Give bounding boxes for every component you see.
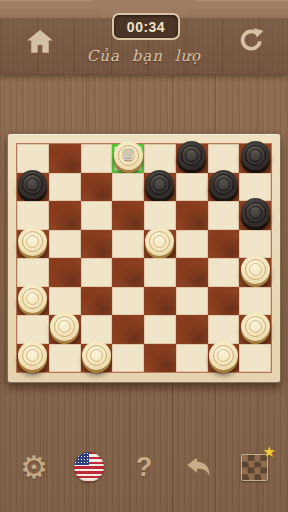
board-square[interactable] bbox=[144, 201, 176, 230]
black-man-piece[interactable] bbox=[177, 141, 206, 170]
board-square[interactable] bbox=[176, 173, 208, 202]
board-square[interactable] bbox=[112, 173, 144, 202]
checkers-board: ♕ bbox=[7, 133, 281, 383]
board-square[interactable] bbox=[144, 287, 176, 316]
timer: 00:34 bbox=[112, 13, 180, 40]
board-square[interactable] bbox=[112, 315, 144, 344]
board-square[interactable] bbox=[81, 230, 113, 259]
bottom-toolbar: ⚙ ? ★ bbox=[0, 446, 288, 488]
board-square[interactable]: ♕ bbox=[112, 144, 144, 173]
board-square[interactable] bbox=[81, 201, 113, 230]
board-square[interactable] bbox=[144, 258, 176, 287]
board-square[interactable] bbox=[239, 315, 271, 344]
us-flag-icon bbox=[74, 452, 104, 482]
gear-icon: ⚙ bbox=[20, 452, 48, 483]
language-button[interactable] bbox=[72, 447, 106, 487]
white-man-piece[interactable] bbox=[18, 284, 47, 313]
board-square[interactable] bbox=[81, 258, 113, 287]
board-square[interactable] bbox=[239, 258, 271, 287]
white-man-piece[interactable] bbox=[18, 227, 47, 256]
black-man-piece[interactable] bbox=[241, 141, 270, 170]
question-mark-icon: ? bbox=[136, 452, 153, 483]
board-square[interactable] bbox=[17, 315, 49, 344]
app-screen: Của bạn lưọ 00:34 ♕ ⚙ ? ★ bbox=[0, 0, 288, 512]
board-square[interactable] bbox=[239, 344, 271, 373]
board-square[interactable] bbox=[81, 287, 113, 316]
board-square[interactable] bbox=[17, 230, 49, 259]
board-square[interactable] bbox=[176, 287, 208, 316]
white-man-piece[interactable] bbox=[145, 227, 174, 256]
board-square[interactable] bbox=[81, 173, 113, 202]
board-grid: ♕ bbox=[16, 143, 272, 373]
board-square[interactable] bbox=[239, 144, 271, 173]
white-man-piece[interactable] bbox=[82, 341, 111, 370]
black-man-piece[interactable] bbox=[209, 170, 238, 199]
board-square[interactable] bbox=[239, 287, 271, 316]
board-square[interactable] bbox=[176, 201, 208, 230]
undo-icon bbox=[186, 457, 212, 477]
board-square[interactable] bbox=[81, 144, 113, 173]
star-badge-icon: ★ bbox=[263, 445, 276, 460]
board-square[interactable] bbox=[17, 173, 49, 202]
board-square[interactable] bbox=[176, 344, 208, 373]
board-square[interactable] bbox=[49, 230, 81, 259]
board-square[interactable] bbox=[81, 315, 113, 344]
white-king-piece[interactable]: ♕ bbox=[114, 141, 143, 170]
board-square[interactable] bbox=[208, 144, 240, 173]
undo-button[interactable] bbox=[182, 447, 216, 487]
board-square[interactable] bbox=[208, 315, 240, 344]
board-square[interactable] bbox=[17, 201, 49, 230]
board-square[interactable] bbox=[112, 230, 144, 259]
board-square[interactable] bbox=[208, 344, 240, 373]
white-man-piece[interactable] bbox=[209, 341, 238, 370]
board-square[interactable] bbox=[144, 173, 176, 202]
board-square[interactable] bbox=[144, 144, 176, 173]
board-square[interactable] bbox=[17, 287, 49, 316]
board-theme-button[interactable]: ★ bbox=[237, 447, 271, 487]
crown-icon: ♕ bbox=[114, 139, 143, 170]
black-man-piece[interactable] bbox=[241, 198, 270, 227]
white-man-piece[interactable] bbox=[18, 341, 47, 370]
board-square[interactable] bbox=[17, 344, 49, 373]
board-square[interactable] bbox=[239, 173, 271, 202]
board-square[interactable] bbox=[144, 344, 176, 373]
board-square[interactable] bbox=[144, 315, 176, 344]
board-square[interactable] bbox=[49, 287, 81, 316]
board-square[interactable] bbox=[112, 258, 144, 287]
board-square[interactable] bbox=[208, 258, 240, 287]
white-man-piece[interactable] bbox=[50, 312, 79, 341]
board-square[interactable] bbox=[17, 144, 49, 173]
turn-indicator: Của bạn lưọ bbox=[0, 47, 288, 65]
board-square[interactable] bbox=[208, 173, 240, 202]
board-square[interactable] bbox=[208, 201, 240, 230]
board-square[interactable] bbox=[49, 315, 81, 344]
black-man-piece[interactable] bbox=[18, 170, 47, 199]
board-square[interactable] bbox=[49, 344, 81, 373]
board-square[interactable] bbox=[49, 258, 81, 287]
board-square[interactable] bbox=[176, 258, 208, 287]
settings-button[interactable]: ⚙ bbox=[17, 447, 51, 487]
board-square[interactable] bbox=[49, 201, 81, 230]
black-man-piece[interactable] bbox=[145, 170, 174, 199]
timer-value: 00:34 bbox=[127, 19, 165, 35]
board-square[interactable] bbox=[176, 315, 208, 344]
board-square[interactable] bbox=[176, 144, 208, 173]
board-square[interactable] bbox=[239, 230, 271, 259]
board-square[interactable] bbox=[144, 230, 176, 259]
white-man-piece[interactable] bbox=[241, 312, 270, 341]
board-square[interactable] bbox=[49, 173, 81, 202]
board-square[interactable] bbox=[208, 230, 240, 259]
board-square[interactable] bbox=[208, 287, 240, 316]
help-button[interactable]: ? bbox=[127, 447, 161, 487]
board-square[interactable] bbox=[239, 201, 271, 230]
board-square[interactable] bbox=[81, 344, 113, 373]
white-man-piece[interactable] bbox=[241, 255, 270, 284]
board-square[interactable] bbox=[112, 201, 144, 230]
board-square[interactable] bbox=[176, 230, 208, 259]
board-square[interactable] bbox=[112, 344, 144, 373]
board-square[interactable] bbox=[17, 258, 49, 287]
board-square[interactable] bbox=[112, 287, 144, 316]
board-square[interactable] bbox=[49, 144, 81, 173]
